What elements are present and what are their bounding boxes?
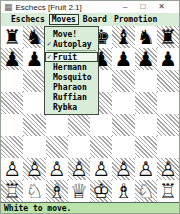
square-h2[interactable]: ♟♙ <box>157 158 179 180</box>
menu-item-label: Pharaon <box>53 83 87 92</box>
status-text: White to move. <box>4 204 71 213</box>
app-icon: ▦ <box>4 3 13 12</box>
white-pawn: ♙ <box>90 158 112 180</box>
menu-item-mosquito[interactable]: Mosquito <box>45 72 98 82</box>
menu-item-label: Autoplay <box>53 40 92 49</box>
white-pawn: ♙ <box>46 158 68 180</box>
square-a7[interactable]: ♟ <box>1 48 23 70</box>
menu-item-autoplay[interactable]: ✓Autoplay <box>45 39 98 49</box>
maximize-button[interactable]: □ <box>140 2 145 12</box>
window-title: Eschecs [Fruit 2.1] <box>16 3 82 12</box>
square-h8[interactable]: ♜ <box>157 26 179 48</box>
moves-menu-popup: Move!✓Autoplay✓FruitHermannMosquitoPhara… <box>44 26 99 115</box>
white-pawn: ♙ <box>1 158 23 180</box>
black-rook: ♜ <box>157 26 179 48</box>
white-pawn: ♙ <box>157 158 179 180</box>
status-bar: White to move. <box>1 202 179 213</box>
square-d1[interactable]: ♛♕ <box>68 180 90 202</box>
menubar-item-moves[interactable]: Moves <box>49 14 79 25</box>
menubar-item-eschecs[interactable]: Eschecs <box>8 14 48 25</box>
square-e2[interactable]: ♟♙ <box>90 158 112 180</box>
white-bishop: ♗ <box>46 180 68 202</box>
white-pawn: ♙ <box>112 158 134 180</box>
square-d2[interactable]: ♟♙ <box>68 158 90 180</box>
square-g2[interactable]: ♟♙ <box>135 158 157 180</box>
white-knight: ♘ <box>23 180 45 202</box>
menu-item-label: Rybka <box>53 103 77 112</box>
menu-separator-line <box>47 50 96 51</box>
square-b8[interactable]: ♞ <box>23 26 45 48</box>
black-pawn: ♟ <box>23 48 45 70</box>
square-b7[interactable]: ♟ <box>23 48 45 70</box>
square-h7[interactable]: ♟ <box>157 48 179 70</box>
square-g5[interactable] <box>135 92 157 114</box>
square-f1[interactable]: ♝♗ <box>112 180 134 202</box>
black-knight: ♞ <box>23 26 45 48</box>
black-pawn: ♟ <box>157 48 179 70</box>
square-a4[interactable] <box>1 114 23 136</box>
window-controls: – □ ✕ <box>123 2 165 12</box>
square-f8[interactable]: ♝ <box>112 26 134 48</box>
eschecs-window: ▦ Eschecs [Fruit 2.1] – □ ✕ EschecsMoves… <box>0 0 180 214</box>
square-a5[interactable] <box>1 92 23 114</box>
square-c3[interactable] <box>46 136 68 158</box>
square-f6[interactable] <box>112 70 134 92</box>
square-f3[interactable] <box>112 136 134 158</box>
square-h3[interactable] <box>157 136 179 158</box>
square-h1[interactable]: ♜♖ <box>157 180 179 202</box>
square-b5[interactable] <box>23 92 45 114</box>
menu-item-label: Ruffian <box>53 93 87 102</box>
square-f2[interactable]: ♟♙ <box>112 158 134 180</box>
minimize-button[interactable]: – <box>123 2 127 12</box>
square-b4[interactable] <box>23 114 45 136</box>
square-a3[interactable] <box>1 136 23 158</box>
square-h5[interactable] <box>157 92 179 114</box>
white-king: ♔ <box>90 180 112 202</box>
square-a1[interactable]: ♜♖ <box>1 180 23 202</box>
square-g6[interactable] <box>135 70 157 92</box>
black-knight: ♞ <box>135 26 157 48</box>
menu-item-label: Move! <box>53 30 77 39</box>
white-rook: ♖ <box>1 180 23 202</box>
square-g1[interactable]: ♞♘ <box>135 180 157 202</box>
square-b2[interactable]: ♟♙ <box>23 158 45 180</box>
square-e4[interactable] <box>90 114 112 136</box>
square-a8[interactable]: ♜ <box>1 26 23 48</box>
menu-item-fruit[interactable]: ✓Fruit <box>45 52 98 62</box>
title-bar[interactable]: ▦ Eschecs [Fruit 2.1] – □ ✕ <box>1 1 179 13</box>
white-pawn: ♙ <box>68 158 90 180</box>
black-pawn: ♟ <box>1 48 23 70</box>
square-g3[interactable] <box>135 136 157 158</box>
white-queen: ♕ <box>68 180 90 202</box>
black-rook: ♜ <box>1 26 23 48</box>
menu-item-label: Fruit <box>53 53 77 62</box>
square-e3[interactable] <box>90 136 112 158</box>
square-g7[interactable]: ♟ <box>135 48 157 70</box>
square-a2[interactable]: ♟♙ <box>1 158 23 180</box>
square-h6[interactable] <box>157 70 179 92</box>
checkmark-icon: ✓ <box>45 53 53 61</box>
white-knight: ♘ <box>135 180 157 202</box>
menu-item-rybka[interactable]: Rybka <box>45 102 98 112</box>
menubar-item-board[interactable]: Board <box>80 14 110 25</box>
black-pawn: ♟ <box>135 48 157 70</box>
square-g4[interactable] <box>135 114 157 136</box>
square-h4[interactable] <box>157 114 179 136</box>
square-c2[interactable]: ♟♙ <box>46 158 68 180</box>
white-pawn: ♙ <box>135 158 157 180</box>
square-d3[interactable] <box>68 136 90 158</box>
square-f7[interactable]: ♟ <box>112 48 134 70</box>
menu-item-label: Mosquito <box>53 73 92 82</box>
menu-item-label: Hermann <box>53 63 87 72</box>
square-c1[interactable]: ♝♗ <box>46 180 68 202</box>
square-d4[interactable] <box>68 114 90 136</box>
checkmark-icon: ✓ <box>45 40 53 48</box>
menu-item-ruffian[interactable]: Ruffian <box>45 92 98 102</box>
square-g8[interactable]: ♞ <box>135 26 157 48</box>
black-bishop: ♝ <box>112 26 134 48</box>
white-bishop: ♗ <box>112 180 134 202</box>
square-c4[interactable] <box>46 114 68 136</box>
square-b1[interactable]: ♞♘ <box>23 180 45 202</box>
menu-item-move[interactable]: Move! <box>45 29 98 39</box>
square-e1[interactable]: ♚♔ <box>90 180 112 202</box>
square-b3[interactable] <box>23 136 45 158</box>
black-pawn: ♟ <box>112 48 134 70</box>
square-f4[interactable] <box>112 114 134 136</box>
square-a6[interactable] <box>1 70 23 92</box>
menubar-item-promotion[interactable]: Promotion <box>111 14 160 25</box>
square-f5[interactable] <box>112 92 134 114</box>
white-rook: ♖ <box>157 180 179 202</box>
close-button[interactable]: ✕ <box>158 2 165 12</box>
white-pawn: ♙ <box>23 158 45 180</box>
menu-item-pharaon[interactable]: Pharaon <box>45 82 98 92</box>
menu-item-hermann[interactable]: Hermann <box>45 62 98 72</box>
square-b6[interactable] <box>23 70 45 92</box>
